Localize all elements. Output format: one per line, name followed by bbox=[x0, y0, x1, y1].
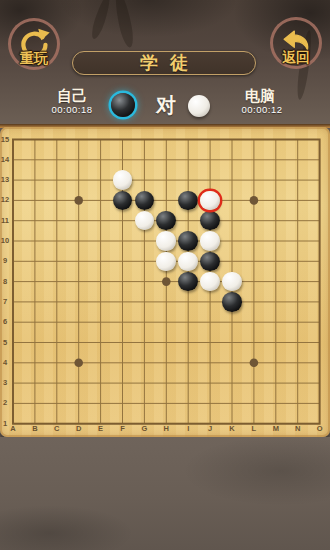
black-stone-turn-indicator bbox=[111, 93, 135, 117]
black-stone-J11 bbox=[200, 211, 220, 231]
gomoku-board[interactable]: 151413121110987654321ABCDEFGHIJKLMNO bbox=[0, 127, 330, 437]
white-stone-indicator bbox=[188, 95, 210, 117]
black-stone-G12 bbox=[135, 191, 155, 211]
black-stone-F12 bbox=[113, 191, 133, 211]
replay-button-label[interactable]: 重玩 bbox=[8, 50, 60, 68]
white-stone-H9 bbox=[156, 252, 176, 272]
bamboo-decoration bbox=[112, 0, 136, 49]
white-stone-J12 bbox=[200, 191, 220, 211]
white-stone-I9 bbox=[178, 252, 198, 272]
versus-label: 对 bbox=[146, 92, 186, 119]
white-stone-F13 bbox=[113, 170, 133, 190]
black-stone-I8 bbox=[178, 272, 198, 292]
white-stone-K8 bbox=[222, 272, 242, 292]
white-stone-H10 bbox=[156, 231, 176, 251]
back-button-label[interactable]: 返回 bbox=[270, 49, 322, 67]
level-banner: 学徒 bbox=[72, 51, 256, 75]
level-banner-label: 学徒 bbox=[128, 51, 200, 75]
white-stone-J8 bbox=[200, 272, 220, 292]
black-stone-H11 bbox=[156, 211, 176, 231]
stones-grid[interactable] bbox=[2, 129, 330, 433]
self-timer: 00:00:18 bbox=[40, 104, 104, 115]
black-stone-J9 bbox=[200, 252, 220, 272]
computer-timer: 00:00:12 bbox=[230, 104, 294, 115]
white-stone-J10 bbox=[200, 231, 220, 251]
bamboo-decoration bbox=[89, 0, 113, 40]
white-stone-G11 bbox=[135, 211, 155, 231]
header-bar: 重玩 返回 学徒 自己 00:00:18 对 电脑 00:00:12 bbox=[0, 0, 330, 127]
black-stone-I12 bbox=[178, 191, 198, 211]
black-stone-I10 bbox=[178, 231, 198, 251]
footer-bar: 悔棋 提示 DLJS.NET 地理教师 bbox=[0, 437, 330, 550]
black-stone-K7 bbox=[222, 292, 242, 312]
